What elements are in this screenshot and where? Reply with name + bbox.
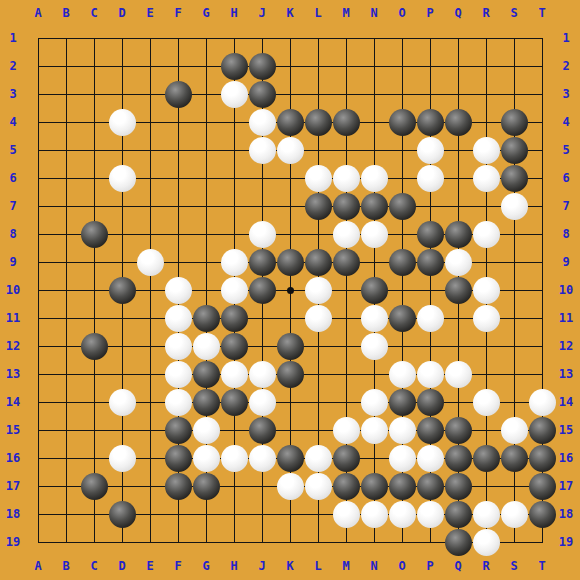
row-label-6: 6: [552, 164, 580, 192]
stone-black-G13: [193, 361, 220, 388]
stone-white-F11: [165, 305, 192, 332]
stone-white-J16: [249, 445, 276, 472]
stone-white-J5: [249, 137, 276, 164]
stone-white-F12: [165, 333, 192, 360]
stone-black-F3: [165, 81, 192, 108]
column-label-M: M: [332, 0, 360, 26]
stone-black-N7: [361, 193, 388, 220]
stone-black-P4: [417, 109, 444, 136]
row-label-3: 3: [0, 80, 26, 108]
row-label-6: 6: [0, 164, 26, 192]
column-label-B: B: [52, 0, 80, 26]
stone-black-S4: [501, 109, 528, 136]
column-label-N: N: [360, 0, 388, 26]
row-label-11: 11: [0, 304, 26, 332]
row-label-17: 17: [552, 472, 580, 500]
stone-black-K12: [277, 333, 304, 360]
row-label-15: 15: [0, 416, 26, 444]
row-label-12: 12: [0, 332, 26, 360]
stone-black-D10: [109, 277, 136, 304]
stone-black-J9: [249, 249, 276, 276]
stone-white-H3: [221, 81, 248, 108]
stone-black-J10: [249, 277, 276, 304]
stone-black-T15: [529, 417, 556, 444]
column-label-H: H: [220, 0, 248, 26]
column-label-O: O: [388, 0, 416, 26]
stone-white-J8: [249, 221, 276, 248]
stone-black-K9: [277, 249, 304, 276]
column-label-N: N: [360, 552, 388, 580]
stone-black-K13: [277, 361, 304, 388]
stone-black-M4: [333, 109, 360, 136]
stone-white-R10: [473, 277, 500, 304]
row-label-11: 11: [552, 304, 580, 332]
stone-black-K16: [277, 445, 304, 472]
stone-white-P16: [417, 445, 444, 472]
stone-black-P8: [417, 221, 444, 248]
stone-white-P13: [417, 361, 444, 388]
stone-black-H2: [221, 53, 248, 80]
stone-black-Q8: [445, 221, 472, 248]
row-label-14: 14: [0, 388, 26, 416]
row-label-4: 4: [0, 108, 26, 136]
star-point-K10: [287, 287, 294, 294]
row-label-16: 16: [552, 444, 580, 472]
stone-white-O13: [389, 361, 416, 388]
column-label-E: E: [136, 0, 164, 26]
stone-white-L16: [305, 445, 332, 472]
stone-black-L7: [305, 193, 332, 220]
row-label-14: 14: [552, 388, 580, 416]
stone-black-J3: [249, 81, 276, 108]
stone-black-G14: [193, 389, 220, 416]
stone-white-N15: [361, 417, 388, 444]
stone-white-N6: [361, 165, 388, 192]
row-labels-right: 12345678910111213141516171819: [552, 24, 580, 556]
row-label-19: 19: [0, 528, 26, 556]
stone-black-Q18: [445, 501, 472, 528]
row-label-10: 10: [552, 276, 580, 304]
stone-black-M17: [333, 473, 360, 500]
stone-black-P14: [417, 389, 444, 416]
row-label-1: 1: [552, 24, 580, 52]
column-label-P: P: [416, 552, 444, 580]
column-label-S: S: [500, 552, 528, 580]
row-label-5: 5: [0, 136, 26, 164]
row-label-8: 8: [552, 220, 580, 248]
stone-white-Q9: [445, 249, 472, 276]
stone-white-D16: [109, 445, 136, 472]
column-label-L: L: [304, 0, 332, 26]
stone-white-S18: [501, 501, 528, 528]
row-label-16: 16: [0, 444, 26, 472]
stone-black-T18: [529, 501, 556, 528]
stone-black-P9: [417, 249, 444, 276]
column-label-R: R: [472, 0, 500, 26]
stone-white-R14: [473, 389, 500, 416]
stone-white-P6: [417, 165, 444, 192]
row-label-18: 18: [552, 500, 580, 528]
stone-white-O16: [389, 445, 416, 472]
column-label-J: J: [248, 0, 276, 26]
stone-white-R18: [473, 501, 500, 528]
stone-white-J13: [249, 361, 276, 388]
stone-black-F16: [165, 445, 192, 472]
stone-black-C12: [81, 333, 108, 360]
row-label-2: 2: [0, 52, 26, 80]
stone-white-P18: [417, 501, 444, 528]
stone-black-F15: [165, 417, 192, 444]
row-label-19: 19: [552, 528, 580, 556]
column-label-G: G: [192, 0, 220, 26]
column-label-K: K: [276, 552, 304, 580]
stone-black-T16: [529, 445, 556, 472]
column-label-R: R: [472, 552, 500, 580]
row-label-9: 9: [0, 248, 26, 276]
stone-black-M7: [333, 193, 360, 220]
stone-black-Q17: [445, 473, 472, 500]
stone-white-G12: [193, 333, 220, 360]
stone-black-G11: [193, 305, 220, 332]
row-label-5: 5: [552, 136, 580, 164]
column-label-H: H: [220, 552, 248, 580]
stone-black-K4: [277, 109, 304, 136]
stone-white-K5: [277, 137, 304, 164]
stone-white-M8: [333, 221, 360, 248]
column-label-O: O: [388, 552, 416, 580]
stone-white-N14: [361, 389, 388, 416]
row-label-2: 2: [552, 52, 580, 80]
stone-white-L10: [305, 277, 332, 304]
stone-white-F13: [165, 361, 192, 388]
stone-black-Q19: [445, 529, 472, 556]
stone-black-O9: [389, 249, 416, 276]
stone-white-G16: [193, 445, 220, 472]
stone-white-D6: [109, 165, 136, 192]
stone-white-S7: [501, 193, 528, 220]
stone-white-T14: [529, 389, 556, 416]
row-label-4: 4: [552, 108, 580, 136]
column-labels-top: ABCDEFGHJKLMNOPQRST: [24, 0, 556, 26]
stone-white-F14: [165, 389, 192, 416]
column-label-L: L: [304, 552, 332, 580]
column-label-E: E: [136, 552, 164, 580]
stone-white-S15: [501, 417, 528, 444]
column-label-J: J: [248, 552, 276, 580]
row-label-10: 10: [0, 276, 26, 304]
stone-black-Q10: [445, 277, 472, 304]
stone-black-G17: [193, 473, 220, 500]
row-label-13: 13: [0, 360, 26, 388]
column-label-D: D: [108, 552, 136, 580]
stone-white-M18: [333, 501, 360, 528]
stone-black-C17: [81, 473, 108, 500]
stone-black-T17: [529, 473, 556, 500]
stone-white-R19: [473, 529, 500, 556]
stone-black-C8: [81, 221, 108, 248]
stone-black-D18: [109, 501, 136, 528]
stone-black-P15: [417, 417, 444, 444]
stone-white-N8: [361, 221, 388, 248]
column-label-Q: Q: [444, 552, 472, 580]
column-label-C: C: [80, 0, 108, 26]
row-label-15: 15: [552, 416, 580, 444]
stone-black-F17: [165, 473, 192, 500]
column-label-T: T: [528, 552, 556, 580]
go-board: ABCDEFGHJKLMNOPQRST ABCDEFGHJKLMNOPQRST …: [0, 0, 580, 580]
stone-white-R5: [473, 137, 500, 164]
row-label-1: 1: [0, 24, 26, 52]
stone-black-S6: [501, 165, 528, 192]
stone-white-D4: [109, 109, 136, 136]
stone-white-H16: [221, 445, 248, 472]
stone-white-R8: [473, 221, 500, 248]
stone-black-J2: [249, 53, 276, 80]
stone-black-L4: [305, 109, 332, 136]
stone-white-H13: [221, 361, 248, 388]
stone-white-E9: [137, 249, 164, 276]
stone-black-N17: [361, 473, 388, 500]
stone-black-R16: [473, 445, 500, 472]
stone-black-Q16: [445, 445, 472, 472]
stone-black-P17: [417, 473, 444, 500]
column-label-B: B: [52, 552, 80, 580]
stone-white-L11: [305, 305, 332, 332]
column-label-A: A: [24, 0, 52, 26]
column-label-S: S: [500, 0, 528, 26]
stone-white-R6: [473, 165, 500, 192]
stone-white-N18: [361, 501, 388, 528]
row-label-7: 7: [0, 192, 26, 220]
stone-black-N10: [361, 277, 388, 304]
stone-black-Q4: [445, 109, 472, 136]
column-label-Q: Q: [444, 0, 472, 26]
stone-white-M6: [333, 165, 360, 192]
column-label-M: M: [332, 552, 360, 580]
column-label-C: C: [80, 552, 108, 580]
stone-white-H10: [221, 277, 248, 304]
stone-white-P5: [417, 137, 444, 164]
row-label-12: 12: [552, 332, 580, 360]
row-label-17: 17: [0, 472, 26, 500]
stone-white-O18: [389, 501, 416, 528]
stone-black-S5: [501, 137, 528, 164]
column-label-P: P: [416, 0, 444, 26]
stone-white-J4: [249, 109, 276, 136]
stone-white-N11: [361, 305, 388, 332]
stone-black-O4: [389, 109, 416, 136]
stone-white-D14: [109, 389, 136, 416]
stone-white-J14: [249, 389, 276, 416]
stone-white-F10: [165, 277, 192, 304]
stone-black-L9: [305, 249, 332, 276]
row-label-18: 18: [0, 500, 26, 528]
stone-white-G15: [193, 417, 220, 444]
stone-white-H9: [221, 249, 248, 276]
stone-black-O7: [389, 193, 416, 220]
stone-black-Q15: [445, 417, 472, 444]
stone-black-J15: [249, 417, 276, 444]
stone-white-P11: [417, 305, 444, 332]
column-label-D: D: [108, 0, 136, 26]
stone-black-M9: [333, 249, 360, 276]
row-label-7: 7: [552, 192, 580, 220]
board-grid[interactable]: [24, 24, 556, 556]
row-label-13: 13: [552, 360, 580, 388]
stone-white-R11: [473, 305, 500, 332]
stone-white-L17: [305, 473, 332, 500]
stone-black-H14: [221, 389, 248, 416]
stone-white-N12: [361, 333, 388, 360]
row-label-8: 8: [0, 220, 26, 248]
column-label-K: K: [276, 0, 304, 26]
stone-black-H12: [221, 333, 248, 360]
stone-black-O17: [389, 473, 416, 500]
column-label-F: F: [164, 552, 192, 580]
column-labels-bottom: ABCDEFGHJKLMNOPQRST: [24, 552, 556, 580]
stone-black-H11: [221, 305, 248, 332]
stone-black-M16: [333, 445, 360, 472]
column-label-T: T: [528, 0, 556, 26]
column-label-G: G: [192, 552, 220, 580]
stone-black-S16: [501, 445, 528, 472]
column-label-F: F: [164, 0, 192, 26]
row-label-3: 3: [552, 80, 580, 108]
column-label-A: A: [24, 552, 52, 580]
stone-white-Q13: [445, 361, 472, 388]
stone-white-O15: [389, 417, 416, 444]
stone-black-O11: [389, 305, 416, 332]
row-labels-left: 12345678910111213141516171819: [0, 24, 26, 556]
stone-black-O14: [389, 389, 416, 416]
stone-white-K17: [277, 473, 304, 500]
stone-white-L6: [305, 165, 332, 192]
stone-white-M15: [333, 417, 360, 444]
row-label-9: 9: [552, 248, 580, 276]
